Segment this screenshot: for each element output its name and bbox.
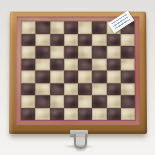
square-f1[interactable] [92,108,106,120]
square-c3[interactable] [50,83,64,95]
square-a6[interactable] [21,46,35,58]
photo-background [0,0,155,155]
square-b8[interactable] [36,21,50,33]
square-h5[interactable] [120,58,134,70]
square-e2[interactable] [78,95,92,107]
square-c5[interactable] [50,58,64,70]
square-e3[interactable] [78,83,92,95]
square-g7[interactable] [106,34,120,46]
square-a8[interactable] [22,21,36,33]
square-h1[interactable] [121,108,135,120]
square-d2[interactable] [64,95,78,107]
square-e4[interactable] [78,70,92,82]
square-g6[interactable] [106,46,120,58]
square-c7[interactable] [50,34,64,46]
chess-board-grid [21,21,135,120]
clasp-loop [74,134,87,149]
square-d1[interactable] [64,108,78,120]
square-a2[interactable] [21,95,35,107]
square-h7[interactable] [120,34,134,46]
square-e8[interactable] [78,21,92,33]
square-h6[interactable] [120,46,134,58]
square-g2[interactable] [106,95,120,107]
square-h2[interactable] [121,95,135,107]
square-e7[interactable] [78,34,92,46]
square-f7[interactable] [92,34,106,46]
square-f6[interactable] [92,46,106,58]
square-c8[interactable] [50,21,64,33]
square-b7[interactable] [36,34,50,46]
square-e6[interactable] [78,46,92,58]
square-a4[interactable] [21,70,35,82]
square-e5[interactable] [78,58,92,70]
square-h3[interactable] [121,83,135,95]
square-f3[interactable] [92,83,106,95]
chess-box [9,12,147,134]
square-b4[interactable] [35,70,49,82]
square-d8[interactable] [64,21,78,33]
square-d4[interactable] [64,70,78,82]
square-d5[interactable] [64,58,78,70]
metal-clasp [69,130,89,149]
square-a5[interactable] [21,58,35,70]
square-e1[interactable] [78,108,92,120]
square-c1[interactable] [50,108,64,120]
square-b1[interactable] [35,108,49,120]
square-d7[interactable] [64,34,78,46]
square-a3[interactable] [21,83,35,95]
square-f4[interactable] [92,70,106,82]
square-a7[interactable] [22,34,36,46]
square-f5[interactable] [92,58,106,70]
square-b5[interactable] [36,58,50,70]
square-f2[interactable] [92,95,106,107]
square-g4[interactable] [106,70,120,82]
wood-frame [9,12,147,134]
square-d3[interactable] [64,83,78,95]
square-g1[interactable] [106,108,120,120]
square-c4[interactable] [50,70,64,82]
square-d6[interactable] [64,46,78,58]
square-h4[interactable] [120,70,134,82]
square-c2[interactable] [50,95,64,107]
square-f8[interactable] [92,21,106,33]
square-b3[interactable] [35,83,49,95]
square-a1[interactable] [21,108,35,120]
marble-border [16,16,140,125]
square-b6[interactable] [36,46,50,58]
square-g5[interactable] [106,58,120,70]
square-b2[interactable] [35,95,49,107]
square-c6[interactable] [50,46,64,58]
square-g3[interactable] [106,83,120,95]
